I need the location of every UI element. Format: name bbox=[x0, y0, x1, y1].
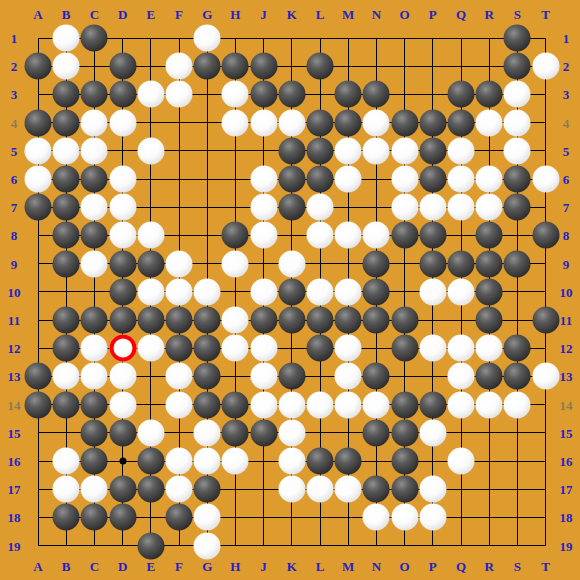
intersection-T6[interactable] bbox=[532, 165, 560, 193]
intersection-O2[interactable] bbox=[391, 52, 419, 80]
intersection-H13[interactable] bbox=[221, 362, 249, 390]
intersection-T18[interactable] bbox=[532, 503, 560, 531]
intersection-R3[interactable] bbox=[475, 80, 503, 108]
intersection-L7[interactable] bbox=[306, 193, 334, 221]
intersection-K12[interactable] bbox=[278, 334, 306, 362]
intersection-B8[interactable] bbox=[52, 221, 80, 249]
intersection-H1[interactable] bbox=[221, 24, 249, 52]
intersection-J1[interactable] bbox=[250, 24, 278, 52]
intersection-B16[interactable] bbox=[52, 447, 80, 475]
intersection-J3[interactable] bbox=[250, 80, 278, 108]
intersection-E14[interactable] bbox=[137, 391, 165, 419]
intersection-F5[interactable] bbox=[165, 137, 193, 165]
intersection-Q18[interactable] bbox=[447, 503, 475, 531]
intersection-R16[interactable] bbox=[475, 447, 503, 475]
intersection-N1[interactable] bbox=[362, 24, 390, 52]
intersection-F10[interactable] bbox=[165, 278, 193, 306]
intersection-N19[interactable] bbox=[362, 532, 390, 560]
intersection-J2[interactable] bbox=[250, 52, 278, 80]
intersection-J6[interactable] bbox=[250, 165, 278, 193]
intersection-M13[interactable] bbox=[334, 362, 362, 390]
intersection-P10[interactable] bbox=[419, 278, 447, 306]
intersection-S7[interactable] bbox=[503, 193, 531, 221]
intersection-D18[interactable] bbox=[109, 503, 137, 531]
intersection-F1[interactable] bbox=[165, 24, 193, 52]
intersection-F12[interactable] bbox=[165, 334, 193, 362]
intersection-Q10[interactable] bbox=[447, 278, 475, 306]
intersection-B1[interactable] bbox=[52, 24, 80, 52]
intersection-G17[interactable] bbox=[193, 475, 221, 503]
intersection-D4[interactable] bbox=[109, 109, 137, 137]
intersection-A16[interactable] bbox=[24, 447, 52, 475]
intersection-N11[interactable] bbox=[362, 306, 390, 334]
intersection-N13[interactable] bbox=[362, 362, 390, 390]
intersection-R4[interactable] bbox=[475, 109, 503, 137]
intersection-K11[interactable] bbox=[278, 306, 306, 334]
intersection-K16[interactable] bbox=[278, 447, 306, 475]
intersection-E2[interactable] bbox=[137, 52, 165, 80]
intersection-B6[interactable] bbox=[52, 165, 80, 193]
intersection-A17[interactable] bbox=[24, 475, 52, 503]
intersection-O1[interactable] bbox=[391, 24, 419, 52]
intersection-A6[interactable] bbox=[24, 165, 52, 193]
intersection-D11[interactable] bbox=[109, 306, 137, 334]
intersection-N2[interactable] bbox=[362, 52, 390, 80]
intersection-G10[interactable] bbox=[193, 278, 221, 306]
intersection-A19[interactable] bbox=[24, 532, 52, 560]
intersection-J10[interactable] bbox=[250, 278, 278, 306]
intersection-G8[interactable] bbox=[193, 221, 221, 249]
intersection-G5[interactable] bbox=[193, 137, 221, 165]
intersection-C11[interactable] bbox=[80, 306, 108, 334]
intersection-N8[interactable] bbox=[362, 221, 390, 249]
intersection-Q11[interactable] bbox=[447, 306, 475, 334]
intersection-L12[interactable] bbox=[306, 334, 334, 362]
intersection-R17[interactable] bbox=[475, 475, 503, 503]
intersection-K15[interactable] bbox=[278, 419, 306, 447]
intersection-R1[interactable] bbox=[475, 24, 503, 52]
intersection-H3[interactable] bbox=[221, 80, 249, 108]
intersection-R2[interactable] bbox=[475, 52, 503, 80]
intersection-G15[interactable] bbox=[193, 419, 221, 447]
intersection-N14[interactable] bbox=[362, 391, 390, 419]
intersection-C14[interactable] bbox=[80, 391, 108, 419]
intersection-G3[interactable] bbox=[193, 80, 221, 108]
intersection-J17[interactable] bbox=[250, 475, 278, 503]
intersection-S19[interactable] bbox=[503, 532, 531, 560]
intersection-P7[interactable] bbox=[419, 193, 447, 221]
intersection-H12[interactable] bbox=[221, 334, 249, 362]
intersection-D13[interactable] bbox=[109, 362, 137, 390]
intersection-H18[interactable] bbox=[221, 503, 249, 531]
intersection-K13[interactable] bbox=[278, 362, 306, 390]
intersection-M4[interactable] bbox=[334, 109, 362, 137]
intersection-B12[interactable] bbox=[52, 334, 80, 362]
intersection-O12[interactable] bbox=[391, 334, 419, 362]
intersection-P3[interactable] bbox=[419, 80, 447, 108]
intersection-P1[interactable] bbox=[419, 24, 447, 52]
intersection-B19[interactable] bbox=[52, 532, 80, 560]
intersection-R10[interactable] bbox=[475, 278, 503, 306]
intersection-B4[interactable] bbox=[52, 109, 80, 137]
intersection-F3[interactable] bbox=[165, 80, 193, 108]
intersection-O4[interactable] bbox=[391, 109, 419, 137]
intersection-G1[interactable] bbox=[193, 24, 221, 52]
intersection-O3[interactable] bbox=[391, 80, 419, 108]
intersection-K6[interactable] bbox=[278, 165, 306, 193]
intersection-H4[interactable] bbox=[221, 109, 249, 137]
intersection-B13[interactable] bbox=[52, 362, 80, 390]
intersection-S3[interactable] bbox=[503, 80, 531, 108]
intersection-E11[interactable] bbox=[137, 306, 165, 334]
intersection-C12[interactable] bbox=[80, 334, 108, 362]
intersection-M3[interactable] bbox=[334, 80, 362, 108]
intersection-L8[interactable] bbox=[306, 221, 334, 249]
intersection-E16[interactable] bbox=[137, 447, 165, 475]
intersection-S10[interactable] bbox=[503, 278, 531, 306]
intersection-K4[interactable] bbox=[278, 109, 306, 137]
intersection-F13[interactable] bbox=[165, 362, 193, 390]
intersection-F7[interactable] bbox=[165, 193, 193, 221]
intersection-C19[interactable] bbox=[80, 532, 108, 560]
intersection-E3[interactable] bbox=[137, 80, 165, 108]
intersection-T8[interactable] bbox=[532, 221, 560, 249]
intersection-E4[interactable] bbox=[137, 109, 165, 137]
intersection-N18[interactable] bbox=[362, 503, 390, 531]
intersection-T12[interactable] bbox=[532, 334, 560, 362]
intersection-L11[interactable] bbox=[306, 306, 334, 334]
intersection-A7[interactable] bbox=[24, 193, 52, 221]
intersection-A9[interactable] bbox=[24, 250, 52, 278]
intersection-T10[interactable] bbox=[532, 278, 560, 306]
intersection-A8[interactable] bbox=[24, 221, 52, 249]
intersection-C2[interactable] bbox=[80, 52, 108, 80]
intersection-Q2[interactable] bbox=[447, 52, 475, 80]
intersection-O13[interactable] bbox=[391, 362, 419, 390]
intersection-G11[interactable] bbox=[193, 306, 221, 334]
intersection-T7[interactable] bbox=[532, 193, 560, 221]
intersection-S12[interactable] bbox=[503, 334, 531, 362]
intersection-H11[interactable] bbox=[221, 306, 249, 334]
intersection-F19[interactable] bbox=[165, 532, 193, 560]
intersection-M11[interactable] bbox=[334, 306, 362, 334]
intersection-N12[interactable] bbox=[362, 334, 390, 362]
intersection-B18[interactable] bbox=[52, 503, 80, 531]
intersection-P19[interactable] bbox=[419, 532, 447, 560]
intersection-M6[interactable] bbox=[334, 165, 362, 193]
intersection-R9[interactable] bbox=[475, 250, 503, 278]
intersection-F15[interactable] bbox=[165, 419, 193, 447]
intersection-O18[interactable] bbox=[391, 503, 419, 531]
intersection-O19[interactable] bbox=[391, 532, 419, 560]
intersection-L19[interactable] bbox=[306, 532, 334, 560]
intersection-R14[interactable] bbox=[475, 391, 503, 419]
intersection-Q15[interactable] bbox=[447, 419, 475, 447]
intersection-H14[interactable] bbox=[221, 391, 249, 419]
intersection-N3[interactable] bbox=[362, 80, 390, 108]
intersection-L10[interactable] bbox=[306, 278, 334, 306]
intersection-A12[interactable] bbox=[24, 334, 52, 362]
intersection-P6[interactable] bbox=[419, 165, 447, 193]
intersection-K5[interactable] bbox=[278, 137, 306, 165]
intersection-C9[interactable] bbox=[80, 250, 108, 278]
intersection-J18[interactable] bbox=[250, 503, 278, 531]
intersection-T17[interactable] bbox=[532, 475, 560, 503]
intersection-S17[interactable] bbox=[503, 475, 531, 503]
intersection-T3[interactable] bbox=[532, 80, 560, 108]
intersection-T13[interactable] bbox=[532, 362, 560, 390]
intersection-G6[interactable] bbox=[193, 165, 221, 193]
intersection-B3[interactable] bbox=[52, 80, 80, 108]
intersection-T16[interactable] bbox=[532, 447, 560, 475]
intersection-N9[interactable] bbox=[362, 250, 390, 278]
intersection-N4[interactable] bbox=[362, 109, 390, 137]
intersection-R19[interactable] bbox=[475, 532, 503, 560]
intersection-M18[interactable] bbox=[334, 503, 362, 531]
intersection-O7[interactable] bbox=[391, 193, 419, 221]
intersection-D16[interactable] bbox=[109, 447, 137, 475]
intersection-H15[interactable] bbox=[221, 419, 249, 447]
intersection-O14[interactable] bbox=[391, 391, 419, 419]
intersection-K8[interactable] bbox=[278, 221, 306, 249]
intersection-L1[interactable] bbox=[306, 24, 334, 52]
intersection-K2[interactable] bbox=[278, 52, 306, 80]
intersection-G14[interactable] bbox=[193, 391, 221, 419]
intersection-R5[interactable] bbox=[475, 137, 503, 165]
intersection-G19[interactable] bbox=[193, 532, 221, 560]
intersection-Q8[interactable] bbox=[447, 221, 475, 249]
intersection-E15[interactable] bbox=[137, 419, 165, 447]
intersection-Q4[interactable] bbox=[447, 109, 475, 137]
intersection-C17[interactable] bbox=[80, 475, 108, 503]
intersection-M19[interactable] bbox=[334, 532, 362, 560]
intersection-M5[interactable] bbox=[334, 137, 362, 165]
intersection-H2[interactable] bbox=[221, 52, 249, 80]
intersection-D12[interactable] bbox=[109, 334, 137, 362]
intersection-Q19[interactable] bbox=[447, 532, 475, 560]
intersection-A2[interactable] bbox=[24, 52, 52, 80]
intersection-Q1[interactable] bbox=[447, 24, 475, 52]
intersection-C8[interactable] bbox=[80, 221, 108, 249]
intersection-T11[interactable] bbox=[532, 306, 560, 334]
intersection-L14[interactable] bbox=[306, 391, 334, 419]
intersection-H16[interactable] bbox=[221, 447, 249, 475]
intersection-T14[interactable] bbox=[532, 391, 560, 419]
intersection-M10[interactable] bbox=[334, 278, 362, 306]
intersection-D8[interactable] bbox=[109, 221, 137, 249]
intersection-E19[interactable] bbox=[137, 532, 165, 560]
intersection-T2[interactable] bbox=[532, 52, 560, 80]
intersection-C6[interactable] bbox=[80, 165, 108, 193]
intersection-D17[interactable] bbox=[109, 475, 137, 503]
intersection-E7[interactable] bbox=[137, 193, 165, 221]
intersection-F18[interactable] bbox=[165, 503, 193, 531]
intersection-C10[interactable] bbox=[80, 278, 108, 306]
intersection-B14[interactable] bbox=[52, 391, 80, 419]
intersection-F14[interactable] bbox=[165, 391, 193, 419]
intersection-E5[interactable] bbox=[137, 137, 165, 165]
intersection-O9[interactable] bbox=[391, 250, 419, 278]
intersection-D3[interactable] bbox=[109, 80, 137, 108]
intersection-A14[interactable] bbox=[24, 391, 52, 419]
intersection-L17[interactable] bbox=[306, 475, 334, 503]
intersection-E18[interactable] bbox=[137, 503, 165, 531]
intersection-K17[interactable] bbox=[278, 475, 306, 503]
intersection-A4[interactable] bbox=[24, 109, 52, 137]
intersection-M16[interactable] bbox=[334, 447, 362, 475]
intersection-M1[interactable] bbox=[334, 24, 362, 52]
intersection-L13[interactable] bbox=[306, 362, 334, 390]
intersection-F2[interactable] bbox=[165, 52, 193, 80]
intersection-A3[interactable] bbox=[24, 80, 52, 108]
intersection-H17[interactable] bbox=[221, 475, 249, 503]
intersection-L18[interactable] bbox=[306, 503, 334, 531]
intersection-R15[interactable] bbox=[475, 419, 503, 447]
intersection-S14[interactable] bbox=[503, 391, 531, 419]
intersection-S5[interactable] bbox=[503, 137, 531, 165]
intersection-P18[interactable] bbox=[419, 503, 447, 531]
intersection-N10[interactable] bbox=[362, 278, 390, 306]
intersection-D6[interactable] bbox=[109, 165, 137, 193]
intersection-J13[interactable] bbox=[250, 362, 278, 390]
intersection-B2[interactable] bbox=[52, 52, 80, 80]
intersection-Q17[interactable] bbox=[447, 475, 475, 503]
intersection-G18[interactable] bbox=[193, 503, 221, 531]
intersection-K19[interactable] bbox=[278, 532, 306, 560]
intersection-J14[interactable] bbox=[250, 391, 278, 419]
intersection-O8[interactable] bbox=[391, 221, 419, 249]
intersection-B11[interactable] bbox=[52, 306, 80, 334]
intersection-H19[interactable] bbox=[221, 532, 249, 560]
intersection-D9[interactable] bbox=[109, 250, 137, 278]
intersection-Q12[interactable] bbox=[447, 334, 475, 362]
intersection-N7[interactable] bbox=[362, 193, 390, 221]
intersection-L15[interactable] bbox=[306, 419, 334, 447]
intersection-A11[interactable] bbox=[24, 306, 52, 334]
intersection-C15[interactable] bbox=[80, 419, 108, 447]
intersection-E9[interactable] bbox=[137, 250, 165, 278]
intersection-E13[interactable] bbox=[137, 362, 165, 390]
intersection-L9[interactable] bbox=[306, 250, 334, 278]
intersection-S6[interactable] bbox=[503, 165, 531, 193]
intersection-H6[interactable] bbox=[221, 165, 249, 193]
intersection-H9[interactable] bbox=[221, 250, 249, 278]
intersection-S15[interactable] bbox=[503, 419, 531, 447]
intersection-M9[interactable] bbox=[334, 250, 362, 278]
intersection-H5[interactable] bbox=[221, 137, 249, 165]
intersection-D15[interactable] bbox=[109, 419, 137, 447]
intersection-R18[interactable] bbox=[475, 503, 503, 531]
intersection-H10[interactable] bbox=[221, 278, 249, 306]
intersection-N16[interactable] bbox=[362, 447, 390, 475]
intersection-D10[interactable] bbox=[109, 278, 137, 306]
intersection-M15[interactable] bbox=[334, 419, 362, 447]
intersection-Q9[interactable] bbox=[447, 250, 475, 278]
intersection-O11[interactable] bbox=[391, 306, 419, 334]
intersection-D7[interactable] bbox=[109, 193, 137, 221]
intersection-O6[interactable] bbox=[391, 165, 419, 193]
intersection-B9[interactable] bbox=[52, 250, 80, 278]
intersection-J12[interactable] bbox=[250, 334, 278, 362]
intersection-Q14[interactable] bbox=[447, 391, 475, 419]
intersection-D1[interactable] bbox=[109, 24, 137, 52]
intersection-P2[interactable] bbox=[419, 52, 447, 80]
intersection-M12[interactable] bbox=[334, 334, 362, 362]
intersection-F4[interactable] bbox=[165, 109, 193, 137]
intersection-P17[interactable] bbox=[419, 475, 447, 503]
intersection-Q3[interactable] bbox=[447, 80, 475, 108]
intersection-D14[interactable] bbox=[109, 391, 137, 419]
intersection-C4[interactable] bbox=[80, 109, 108, 137]
intersection-O15[interactable] bbox=[391, 419, 419, 447]
intersection-R6[interactable] bbox=[475, 165, 503, 193]
intersection-S2[interactable] bbox=[503, 52, 531, 80]
intersection-F17[interactable] bbox=[165, 475, 193, 503]
intersection-R12[interactable] bbox=[475, 334, 503, 362]
intersection-J11[interactable] bbox=[250, 306, 278, 334]
intersection-T19[interactable] bbox=[532, 532, 560, 560]
intersection-M17[interactable] bbox=[334, 475, 362, 503]
intersection-P12[interactable] bbox=[419, 334, 447, 362]
intersection-P8[interactable] bbox=[419, 221, 447, 249]
intersection-J7[interactable] bbox=[250, 193, 278, 221]
intersection-K14[interactable] bbox=[278, 391, 306, 419]
intersection-O10[interactable] bbox=[391, 278, 419, 306]
intersection-L2[interactable] bbox=[306, 52, 334, 80]
intersection-S11[interactable] bbox=[503, 306, 531, 334]
intersection-M14[interactable] bbox=[334, 391, 362, 419]
intersection-P15[interactable] bbox=[419, 419, 447, 447]
intersection-S1[interactable] bbox=[503, 24, 531, 52]
intersection-D5[interactable] bbox=[109, 137, 137, 165]
intersection-G7[interactable] bbox=[193, 193, 221, 221]
intersection-Q13[interactable] bbox=[447, 362, 475, 390]
intersection-N6[interactable] bbox=[362, 165, 390, 193]
intersection-Q5[interactable] bbox=[447, 137, 475, 165]
intersection-C13[interactable] bbox=[80, 362, 108, 390]
intersection-R13[interactable] bbox=[475, 362, 503, 390]
intersection-G12[interactable] bbox=[193, 334, 221, 362]
intersection-J5[interactable] bbox=[250, 137, 278, 165]
intersection-K1[interactable] bbox=[278, 24, 306, 52]
intersection-L6[interactable] bbox=[306, 165, 334, 193]
intersection-J15[interactable] bbox=[250, 419, 278, 447]
intersection-F16[interactable] bbox=[165, 447, 193, 475]
intersection-K10[interactable] bbox=[278, 278, 306, 306]
intersection-L5[interactable] bbox=[306, 137, 334, 165]
intersection-Q6[interactable] bbox=[447, 165, 475, 193]
intersection-L4[interactable] bbox=[306, 109, 334, 137]
intersection-M8[interactable] bbox=[334, 221, 362, 249]
intersection-O16[interactable] bbox=[391, 447, 419, 475]
intersection-A5[interactable] bbox=[24, 137, 52, 165]
intersection-T1[interactable] bbox=[532, 24, 560, 52]
intersection-F8[interactable] bbox=[165, 221, 193, 249]
intersection-B7[interactable] bbox=[52, 193, 80, 221]
intersection-D19[interactable] bbox=[109, 532, 137, 560]
intersection-N15[interactable] bbox=[362, 419, 390, 447]
intersection-G9[interactable] bbox=[193, 250, 221, 278]
intersection-B10[interactable] bbox=[52, 278, 80, 306]
intersection-G16[interactable] bbox=[193, 447, 221, 475]
intersection-G4[interactable] bbox=[193, 109, 221, 137]
intersection-E6[interactable] bbox=[137, 165, 165, 193]
intersection-G13[interactable] bbox=[193, 362, 221, 390]
intersection-L16[interactable] bbox=[306, 447, 334, 475]
intersection-A10[interactable] bbox=[24, 278, 52, 306]
intersection-E8[interactable] bbox=[137, 221, 165, 249]
intersection-C3[interactable] bbox=[80, 80, 108, 108]
